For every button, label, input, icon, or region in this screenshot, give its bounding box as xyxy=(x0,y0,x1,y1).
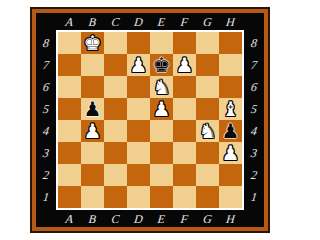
file-label-a: A xyxy=(57,210,82,227)
white-pawn[interactable]: ♟ xyxy=(176,55,194,75)
square-c4[interactable] xyxy=(104,120,127,142)
rank-label-3: 3 xyxy=(34,142,57,164)
square-c5[interactable] xyxy=(104,98,127,120)
square-e7[interactable]: ♚ xyxy=(150,54,173,76)
square-h1[interactable] xyxy=(219,186,242,208)
square-e8[interactable] xyxy=(150,32,173,54)
rank-label-4: 4 xyxy=(242,120,265,142)
square-d3[interactable] xyxy=(127,142,150,164)
file-label-d: D xyxy=(126,210,151,227)
file-label-h: H xyxy=(218,210,243,227)
black-pawn[interactable]: ♟ xyxy=(84,99,102,119)
rank-label-2: 2 xyxy=(34,164,57,186)
square-h3[interactable]: ♟ xyxy=(219,142,242,164)
square-c1[interactable] xyxy=(104,186,127,208)
file-label-c: C xyxy=(103,210,128,227)
square-h8[interactable] xyxy=(219,32,242,54)
rank-labels-left: 87654321 xyxy=(36,30,56,210)
file-label-h: H xyxy=(218,13,243,30)
square-f6[interactable] xyxy=(173,76,196,98)
square-b7[interactable] xyxy=(81,54,104,76)
square-h7[interactable] xyxy=(219,54,242,76)
file-labels-top: ABCDEFGH xyxy=(36,13,264,30)
square-a7[interactable] xyxy=(58,54,81,76)
square-g8[interactable] xyxy=(196,32,219,54)
white-pawn[interactable]: ♟ xyxy=(222,143,240,163)
square-d1[interactable] xyxy=(127,186,150,208)
square-e6[interactable]: ♞ xyxy=(150,76,173,98)
file-label-f: F xyxy=(172,210,197,227)
square-e3[interactable] xyxy=(150,142,173,164)
square-b2[interactable] xyxy=(81,164,104,186)
square-b3[interactable] xyxy=(81,142,104,164)
rank-label-6: 6 xyxy=(242,76,265,98)
rank-label-8: 8 xyxy=(34,32,57,54)
square-d8[interactable] xyxy=(127,32,150,54)
square-d6[interactable] xyxy=(127,76,150,98)
square-f4[interactable] xyxy=(173,120,196,142)
square-d2[interactable] xyxy=(127,164,150,186)
square-c8[interactable] xyxy=(104,32,127,54)
square-h5[interactable]: ♝ xyxy=(219,98,242,120)
black-king[interactable]: ♚ xyxy=(153,55,171,75)
square-e1[interactable] xyxy=(150,186,173,208)
file-label-d: D xyxy=(126,13,151,30)
white-pawn[interactable]: ♟ xyxy=(153,99,171,119)
square-c3[interactable] xyxy=(104,142,127,164)
rank-label-1: 1 xyxy=(34,186,57,208)
rank-label-3: 3 xyxy=(242,142,265,164)
square-f3[interactable] xyxy=(173,142,196,164)
square-b8[interactable]: ♚ xyxy=(81,32,104,54)
black-coordinate-frame: ABCDEFGH 87654321 ♚♟♚♟♞♟♟♝♟♞♟♟ 87654321 … xyxy=(36,13,264,227)
rank-label-6: 6 xyxy=(34,76,57,98)
square-e5[interactable]: ♟ xyxy=(150,98,173,120)
square-h2[interactable] xyxy=(219,164,242,186)
square-g3[interactable] xyxy=(196,142,219,164)
file-label-b: B xyxy=(80,13,105,30)
square-h4[interactable]: ♟ xyxy=(219,120,242,142)
black-pawn[interactable]: ♟ xyxy=(222,121,240,141)
rank-label-5: 5 xyxy=(34,98,57,120)
rank-label-4: 4 xyxy=(34,120,57,142)
file-label-g: G xyxy=(195,13,220,30)
square-b1[interactable] xyxy=(81,186,104,208)
rank-label-7: 7 xyxy=(34,54,57,76)
rank-label-2: 2 xyxy=(242,164,265,186)
square-f8[interactable] xyxy=(173,32,196,54)
file-label-f: F xyxy=(172,13,197,30)
square-a1[interactable] xyxy=(58,186,81,208)
file-label-g: G xyxy=(195,210,220,227)
rank-labels-right: 87654321 xyxy=(244,30,264,210)
square-c6[interactable] xyxy=(104,76,127,98)
file-labels-bottom: ABCDEFGH xyxy=(36,210,264,227)
square-f5[interactable] xyxy=(173,98,196,120)
square-c2[interactable] xyxy=(104,164,127,186)
square-g2[interactable] xyxy=(196,164,219,186)
square-b4[interactable]: ♟ xyxy=(81,120,104,142)
white-pawn[interactable]: ♟ xyxy=(130,55,148,75)
square-g6[interactable] xyxy=(196,76,219,98)
file-label-e: E xyxy=(149,210,174,227)
rank-label-5: 5 xyxy=(242,98,265,120)
square-d4[interactable] xyxy=(127,120,150,142)
square-a5[interactable] xyxy=(58,98,81,120)
white-king[interactable]: ♚ xyxy=(84,33,102,53)
square-f2[interactable] xyxy=(173,164,196,186)
square-e2[interactable] xyxy=(150,164,173,186)
chess-board: ♚♟♚♟♞♟♟♝♟♞♟♟ xyxy=(56,30,244,210)
rank-label-8: 8 xyxy=(242,32,265,54)
square-d7[interactable]: ♟ xyxy=(127,54,150,76)
square-a6[interactable] xyxy=(58,76,81,98)
square-a3[interactable] xyxy=(58,142,81,164)
square-c7[interactable] xyxy=(104,54,127,76)
white-knight[interactable]: ♞ xyxy=(153,77,171,97)
square-a4[interactable] xyxy=(58,120,81,142)
square-b6[interactable] xyxy=(81,76,104,98)
rank-label-1: 1 xyxy=(242,186,265,208)
file-label-c: C xyxy=(103,13,128,30)
white-knight[interactable]: ♞ xyxy=(199,121,217,141)
file-label-b: B xyxy=(80,210,105,227)
rank-label-7: 7 xyxy=(242,54,265,76)
square-g4[interactable]: ♞ xyxy=(196,120,219,142)
square-e4[interactable] xyxy=(150,120,173,142)
square-h6[interactable] xyxy=(219,76,242,98)
square-f1[interactable] xyxy=(173,186,196,208)
square-f7[interactable]: ♟ xyxy=(173,54,196,76)
white-pawn[interactable]: ♟ xyxy=(84,121,102,141)
file-label-e: E xyxy=(149,13,174,30)
square-d5[interactable] xyxy=(127,98,150,120)
square-g5[interactable] xyxy=(196,98,219,120)
chessboard-frame: ABCDEFGH 87654321 ♚♟♚♟♞♟♟♝♟♞♟♟ 87654321 … xyxy=(30,7,270,233)
orange-border: ABCDEFGH 87654321 ♚♟♚♟♞♟♟♝♟♞♟♟ 87654321 … xyxy=(32,9,268,231)
white-bishop[interactable]: ♝ xyxy=(222,99,240,119)
square-a2[interactable] xyxy=(58,164,81,186)
square-g7[interactable] xyxy=(196,54,219,76)
file-label-a: A xyxy=(57,13,82,30)
square-a8[interactable] xyxy=(58,32,81,54)
square-g1[interactable] xyxy=(196,186,219,208)
square-b5[interactable]: ♟ xyxy=(81,98,104,120)
